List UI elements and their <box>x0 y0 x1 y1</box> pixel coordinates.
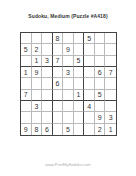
sudoku-cell-r3c9[interactable] <box>105 56 116 67</box>
sudoku-cell-r2c6[interactable] <box>74 44 85 55</box>
sudoku-cell-r7c8[interactable] <box>95 101 106 112</box>
sudoku-cell-r5c2[interactable] <box>32 78 43 89</box>
sudoku-cell-r8c3[interactable] <box>42 112 53 123</box>
sudoku-cell-r2c5[interactable]: 9 <box>63 44 74 55</box>
sudoku-cell-r6c4[interactable] <box>53 90 64 101</box>
sudoku-cell-r4c8[interactable]: 6 <box>95 67 106 78</box>
footer-url: www.PrintMySudoku.com <box>0 162 136 167</box>
sudoku-cell-r1c7[interactable]: 5 <box>84 33 95 44</box>
sudoku-cell-r5c4[interactable]: 6 <box>53 78 64 89</box>
sudoku-cell-r8c8[interactable]: 9 <box>95 112 106 123</box>
sudoku-cell-r4c2[interactable]: 9 <box>32 67 43 78</box>
sudoku-cell-r4c7[interactable] <box>84 67 95 78</box>
sudoku-cell-r9c5[interactable]: 5 <box>63 124 74 135</box>
sudoku-cell-r7c7[interactable]: 4 <box>84 101 95 112</box>
sudoku-cell-r3c1[interactable] <box>21 56 32 67</box>
sudoku-cell-r6c5[interactable] <box>63 90 74 101</box>
sudoku-cell-r1c4[interactable]: 8 <box>53 33 64 44</box>
sudoku-cell-r7c9[interactable] <box>105 101 116 112</box>
sudoku-cell-r6c2[interactable] <box>32 90 43 101</box>
sudoku-cell-r2c4[interactable] <box>53 44 64 55</box>
sudoku-cell-r1c3[interactable] <box>42 33 53 44</box>
sudoku-cell-r6c1[interactable]: 7 <box>21 90 32 101</box>
sudoku-cell-r7c3[interactable] <box>42 101 53 112</box>
sudoku-cell-r3c4[interactable]: 7 <box>53 56 64 67</box>
sudoku-cell-r5c8[interactable] <box>95 78 106 89</box>
sudoku-cell-r1c9[interactable] <box>105 33 116 44</box>
sudoku-cell-r8c6[interactable] <box>74 112 85 123</box>
sudoku-cell-r4c5[interactable]: 3 <box>63 67 74 78</box>
sudoku-cell-r2c7[interactable] <box>84 44 95 55</box>
sudoku-cell-r5c1[interactable] <box>21 78 32 89</box>
sudoku-cell-r5c7[interactable] <box>84 78 95 89</box>
sudoku-cell-r1c8[interactable] <box>95 33 106 44</box>
sudoku-cell-r5c9[interactable] <box>105 78 116 89</box>
sudoku-cell-r9c4[interactable] <box>53 124 64 135</box>
sudoku-cell-r6c6[interactable]: 1 <box>74 90 85 101</box>
sudoku-cell-r6c7[interactable] <box>84 90 95 101</box>
sudoku-cell-r7c4[interactable] <box>53 101 64 112</box>
sudoku-cell-r9c9[interactable]: 1 <box>105 124 116 135</box>
sudoku-cell-r7c5[interactable] <box>63 101 74 112</box>
sudoku-cell-r1c5[interactable] <box>63 33 74 44</box>
sudoku-cell-r2c9[interactable] <box>105 44 116 55</box>
sudoku-cell-r9c2[interactable]: 8 <box>32 124 43 135</box>
sudoku-cell-r9c6[interactable] <box>74 124 85 135</box>
sudoku-cell-r7c2[interactable]: 3 <box>32 101 43 112</box>
sudoku-cell-r7c6[interactable] <box>74 101 85 112</box>
sudoku-cell-r8c7[interactable] <box>84 112 95 123</box>
sudoku-cell-r3c2[interactable]: 1 <box>32 56 43 67</box>
sudoku-cell-r1c1[interactable] <box>21 33 32 44</box>
sudoku-cell-r8c5[interactable] <box>63 112 74 123</box>
sudoku-cell-r8c1[interactable] <box>21 112 32 123</box>
sudoku-cell-r6c3[interactable] <box>42 90 53 101</box>
sudoku-cell-r5c3[interactable] <box>42 78 53 89</box>
sudoku-cell-r8c9[interactable]: 3 <box>105 112 116 123</box>
sudoku-cell-r1c6[interactable] <box>74 33 85 44</box>
sudoku-cell-r4c3[interactable] <box>42 67 53 78</box>
sudoku-cell-r6c8[interactable]: 5 <box>95 90 106 101</box>
sudoku-cell-r7c1[interactable] <box>21 101 32 112</box>
sudoku-cell-r2c2[interactable]: 2 <box>32 44 43 55</box>
sudoku-cell-r1c2[interactable] <box>32 33 43 44</box>
sudoku-cell-r3c5[interactable] <box>63 56 74 67</box>
sudoku-page: Sudoku, Medium (Puzzle #A418) 8552913751… <box>0 0 136 176</box>
sudoku-cell-r3c3[interactable]: 3 <box>42 56 53 67</box>
sudoku-cell-r3c8[interactable] <box>95 56 106 67</box>
sudoku-cell-r5c6[interactable] <box>74 78 85 89</box>
sudoku-cell-r8c4[interactable] <box>53 112 64 123</box>
sudoku-cell-r9c8[interactable]: 2 <box>95 124 106 135</box>
sudoku-cell-r3c7[interactable] <box>84 56 95 67</box>
sudoku-cell-r5c5[interactable] <box>63 78 74 89</box>
sudoku-cell-r4c6[interactable] <box>74 67 85 78</box>
page-title: Sudoku, Medium (Puzzle #A418) <box>0 13 136 19</box>
sudoku-cell-r2c3[interactable] <box>42 44 53 55</box>
sudoku-cell-r9c7[interactable] <box>84 124 95 135</box>
sudoku-cell-r9c1[interactable]: 9 <box>21 124 32 135</box>
sudoku-cell-r4c4[interactable] <box>53 67 64 78</box>
sudoku-cell-r2c8[interactable] <box>95 44 106 55</box>
sudoku-cell-r9c3[interactable]: 6 <box>42 124 53 135</box>
sudoku-cell-r4c1[interactable]: 1 <box>21 67 32 78</box>
sudoku-cell-r4c9[interactable]: 7 <box>105 67 116 78</box>
sudoku-cell-r8c2[interactable] <box>32 112 43 123</box>
sudoku-cell-r2c1[interactable]: 5 <box>21 44 32 55</box>
sudoku-cell-r3c6[interactable]: 5 <box>74 56 85 67</box>
sudoku-cell-r6c9[interactable] <box>105 90 116 101</box>
sudoku-board: 8552913751936767153493986521 <box>20 32 117 136</box>
